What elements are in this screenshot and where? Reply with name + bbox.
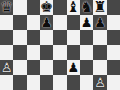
square-d3[interactable] (40, 75, 53, 90)
square-e3[interactable] (53, 75, 66, 90)
square-b5[interactable] (13, 45, 26, 60)
square-h3[interactable]: ♙ (93, 75, 106, 90)
square-b7[interactable] (13, 15, 26, 30)
white-pawn-piece: ♙ (1, 60, 13, 75)
square-edge-r4[interactable] (107, 60, 120, 75)
square-a5[interactable] (0, 45, 13, 60)
square-g4[interactable] (80, 60, 93, 75)
square-h8[interactable]: ♜ (93, 0, 106, 15)
square-b6[interactable] (13, 30, 26, 45)
square-edge-r3[interactable] (107, 75, 120, 90)
square-e7[interactable] (53, 15, 66, 30)
square-b3[interactable] (13, 75, 26, 90)
square-e5[interactable] (53, 45, 66, 60)
square-c3[interactable] (27, 75, 40, 90)
square-g6[interactable] (80, 30, 93, 45)
square-edge-r6[interactable] (107, 30, 120, 45)
square-d6[interactable] (40, 30, 53, 45)
square-edge-r7[interactable] (107, 15, 120, 30)
square-g3[interactable] (80, 75, 93, 90)
black-rook-piece: ♜ (93, 0, 106, 15)
square-f8[interactable]: ♝ (67, 0, 80, 15)
square-b4[interactable] (13, 60, 26, 75)
square-a7[interactable] (0, 15, 13, 30)
square-d8[interactable]: ♚ (40, 0, 53, 15)
square-a8[interactable]: ♛ (0, 0, 13, 15)
black-bishop-piece: ♝ (67, 0, 80, 15)
black-pawn-piece: ♟ (81, 15, 93, 30)
square-e8[interactable] (53, 0, 66, 15)
square-f5[interactable] (67, 45, 80, 60)
square-c5[interactable] (27, 45, 40, 60)
black-pawn-piece: ♟ (67, 60, 79, 75)
square-c4[interactable] (27, 60, 40, 75)
square-a6[interactable] (0, 30, 13, 45)
square-g8[interactable]: ♞ (80, 0, 93, 15)
square-g7[interactable]: ♟ (80, 15, 93, 30)
square-f7[interactable] (67, 15, 80, 30)
black-king-piece: ♚ (40, 0, 53, 15)
square-f3[interactable] (67, 75, 80, 90)
black-knight-piece: ♞ (80, 0, 93, 15)
chess-board: ♛♚♝♞♜♟♟♟♙♟♙ (0, 0, 120, 90)
square-c6[interactable] (27, 30, 40, 45)
square-h4[interactable] (93, 60, 106, 75)
square-a4[interactable]: ♙ (0, 60, 13, 75)
square-edge-r8[interactable] (107, 0, 120, 15)
square-d7[interactable]: ♟ (40, 15, 53, 30)
square-f4[interactable]: ♟ (67, 60, 80, 75)
square-c7[interactable] (27, 15, 40, 30)
square-h5[interactable] (93, 45, 106, 60)
square-e6[interactable] (53, 30, 66, 45)
square-h6[interactable] (93, 30, 106, 45)
black-queen-piece: ♛ (0, 0, 13, 15)
square-c8[interactable] (27, 0, 40, 15)
square-d5[interactable] (40, 45, 53, 60)
square-g5[interactable] (80, 45, 93, 60)
square-f6[interactable] (67, 30, 80, 45)
square-d4[interactable] (40, 60, 53, 75)
square-e4[interactable] (53, 60, 66, 75)
black-pawn-piece: ♟ (94, 15, 106, 30)
white-pawn-piece: ♙ (94, 75, 106, 90)
square-b8[interactable] (13, 0, 26, 15)
black-pawn-piece: ♟ (41, 15, 53, 30)
square-a3[interactable] (0, 75, 13, 90)
square-h7[interactable]: ♟ (93, 15, 106, 30)
square-edge-r5[interactable] (107, 45, 120, 60)
